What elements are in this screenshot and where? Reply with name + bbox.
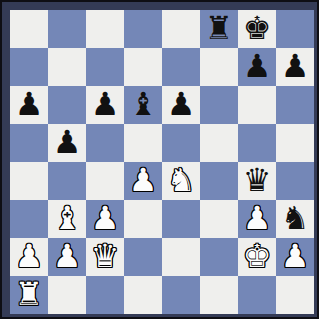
piece-black-bishop: ♝ — [129, 88, 158, 120]
square-d8[interactable] — [124, 10, 162, 48]
piece-white-queen: ♛ — [91, 240, 120, 272]
square-d3[interactable] — [124, 200, 162, 238]
square-a2[interactable]: ♟ — [10, 238, 48, 276]
square-e6[interactable]: ♟ — [162, 86, 200, 124]
square-b3[interactable]: ♝ — [48, 200, 86, 238]
square-h7[interactable]: ♟ — [276, 48, 314, 86]
square-g1[interactable] — [238, 276, 276, 314]
square-f1[interactable] — [200, 276, 238, 314]
square-c1[interactable] — [86, 276, 124, 314]
square-h3[interactable]: ♞ — [276, 200, 314, 238]
square-e1[interactable] — [162, 276, 200, 314]
piece-white-knight: ♞ — [167, 164, 196, 196]
square-c2[interactable]: ♛ — [86, 238, 124, 276]
square-g7[interactable]: ♟ — [238, 48, 276, 86]
square-f7[interactable] — [200, 48, 238, 86]
square-d1[interactable] — [124, 276, 162, 314]
square-b2[interactable]: ♟ — [48, 238, 86, 276]
square-g8[interactable]: ♚ — [238, 10, 276, 48]
square-b6[interactable] — [48, 86, 86, 124]
square-g5[interactable] — [238, 124, 276, 162]
square-a4[interactable] — [10, 162, 48, 200]
square-f5[interactable] — [200, 124, 238, 162]
chess-board: ♜♚♟♟♟♟♝♟♟♟♞♛♝♟♟♞♟♟♛♚♟♜ — [10, 10, 314, 314]
square-d6[interactable]: ♝ — [124, 86, 162, 124]
square-c4[interactable] — [86, 162, 124, 200]
square-h8[interactable] — [276, 10, 314, 48]
square-h6[interactable] — [276, 86, 314, 124]
square-a1[interactable]: ♜ — [10, 276, 48, 314]
square-c6[interactable]: ♟ — [86, 86, 124, 124]
square-d5[interactable] — [124, 124, 162, 162]
square-e7[interactable] — [162, 48, 200, 86]
square-h5[interactable] — [276, 124, 314, 162]
piece-black-king: ♚ — [243, 12, 272, 44]
piece-black-pawn: ♟ — [167, 88, 196, 120]
square-e3[interactable] — [162, 200, 200, 238]
square-g4[interactable]: ♛ — [238, 162, 276, 200]
square-b4[interactable] — [48, 162, 86, 200]
piece-black-pawn: ♟ — [91, 88, 120, 120]
piece-white-king: ♚ — [243, 240, 272, 272]
piece-black-pawn: ♟ — [15, 88, 44, 120]
square-e5[interactable] — [162, 124, 200, 162]
square-f4[interactable] — [200, 162, 238, 200]
piece-white-pawn: ♟ — [91, 202, 120, 234]
piece-black-pawn: ♟ — [281, 50, 310, 82]
square-d4[interactable]: ♟ — [124, 162, 162, 200]
square-b1[interactable] — [48, 276, 86, 314]
square-f6[interactable] — [200, 86, 238, 124]
piece-white-pawn: ♟ — [129, 164, 158, 196]
square-f3[interactable] — [200, 200, 238, 238]
piece-white-pawn: ♟ — [243, 202, 272, 234]
square-g3[interactable]: ♟ — [238, 200, 276, 238]
piece-white-pawn: ♟ — [15, 240, 44, 272]
square-a6[interactable]: ♟ — [10, 86, 48, 124]
square-g2[interactable]: ♚ — [238, 238, 276, 276]
piece-black-knight: ♞ — [281, 202, 310, 234]
square-h2[interactable]: ♟ — [276, 238, 314, 276]
square-g6[interactable] — [238, 86, 276, 124]
square-f2[interactable] — [200, 238, 238, 276]
square-a7[interactable] — [10, 48, 48, 86]
piece-white-bishop: ♝ — [53, 202, 82, 234]
piece-black-rook: ♜ — [205, 12, 234, 44]
square-h4[interactable] — [276, 162, 314, 200]
square-d2[interactable] — [124, 238, 162, 276]
square-a8[interactable] — [10, 10, 48, 48]
square-e8[interactable] — [162, 10, 200, 48]
square-d7[interactable] — [124, 48, 162, 86]
square-b5[interactable]: ♟ — [48, 124, 86, 162]
square-c5[interactable] — [86, 124, 124, 162]
piece-white-pawn: ♟ — [53, 240, 82, 272]
square-h1[interactable] — [276, 276, 314, 314]
square-c8[interactable] — [86, 10, 124, 48]
piece-white-pawn: ♟ — [281, 240, 310, 272]
square-e4[interactable]: ♞ — [162, 162, 200, 200]
piece-black-queen: ♛ — [243, 164, 272, 196]
piece-black-pawn: ♟ — [243, 50, 272, 82]
square-c7[interactable] — [86, 48, 124, 86]
square-b7[interactable] — [48, 48, 86, 86]
chess-app-window: ♜♚♟♟♟♟♝♟♟♟♞♛♝♟♟♞♟♟♛♚♟♜ — [0, 0, 319, 319]
square-f8[interactable]: ♜ — [200, 10, 238, 48]
square-b8[interactable] — [48, 10, 86, 48]
piece-white-rook: ♜ — [15, 278, 44, 310]
square-a3[interactable] — [10, 200, 48, 238]
square-c3[interactable]: ♟ — [86, 200, 124, 238]
piece-black-pawn: ♟ — [53, 126, 82, 158]
square-a5[interactable] — [10, 124, 48, 162]
square-e2[interactable] — [162, 238, 200, 276]
